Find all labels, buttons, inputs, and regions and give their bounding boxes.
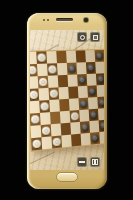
earpiece-speaker [56,18,73,21]
checker-white[interactable] [53,138,61,147]
board-cell[interactable] [97,85,104,97]
board-cell[interactable] [39,100,50,113]
checker-white[interactable] [30,66,37,75]
board-style-button[interactable] [90,32,100,42]
board-cell[interactable] [36,51,47,64]
checker-white[interactable] [30,91,38,100]
checker-white[interactable] [42,126,51,135]
undo-button[interactable] [77,157,87,167]
checker-black[interactable] [90,111,98,119]
board-cell[interactable] [40,112,51,125]
board-cell[interactable] [37,64,48,77]
board-cell[interactable] [41,136,52,149]
page-background [0,0,133,200]
settings-button[interactable] [77,32,87,42]
board-cell[interactable] [96,73,104,85]
checker-black[interactable] [68,65,76,73]
home-button[interactable] [56,172,78,182]
gear-ring-icon [80,35,85,40]
board-cell[interactable] [97,96,104,108]
board-cell[interactable] [38,76,49,89]
boxed-bar-icon [92,159,98,165]
proximity-sensor-icon [43,19,45,21]
board-cell[interactable] [99,131,104,143]
square-icon [93,35,98,40]
checker-white[interactable] [40,102,49,111]
checker-white[interactable] [48,65,56,73]
light-sensor-icon [47,19,49,21]
checkers-board-grid [30,50,104,151]
board-cell[interactable] [98,108,104,120]
checker-white[interactable] [39,78,48,87]
board-cell[interactable] [38,88,49,101]
checker-white[interactable] [31,115,40,124]
board-cell[interactable] [95,50,104,62]
phone-frame [27,13,107,189]
board-cell[interactable] [31,137,42,150]
checker-black[interactable] [97,75,104,83]
wood-plank-seam [30,152,55,166]
board-cell[interactable] [95,62,104,74]
board-cell[interactable] [47,63,58,76]
checker-black[interactable] [87,64,95,72]
minus-bar-icon [79,161,85,163]
checker-white[interactable] [50,89,58,98]
checker-black[interactable] [81,123,89,132]
board-cell[interactable] [30,125,41,138]
board-cell[interactable] [99,120,104,132]
board-cell[interactable] [50,111,61,124]
checker-black[interactable] [78,76,86,84]
checker-white[interactable] [32,139,41,148]
checker-black[interactable] [91,134,99,142]
front-camera-icon [84,18,88,22]
phone-screen [30,30,104,170]
board-cell[interactable] [41,124,52,137]
checker-black[interactable] [98,98,104,106]
checker-white[interactable] [71,112,79,121]
checker-white[interactable] [37,53,46,61]
checker-black[interactable] [88,87,96,95]
checker-black[interactable] [96,52,104,60]
checkers-board [30,49,104,152]
checker-black[interactable] [80,100,88,108]
redo-button[interactable] [90,157,100,167]
checker-black[interactable] [100,122,104,130]
